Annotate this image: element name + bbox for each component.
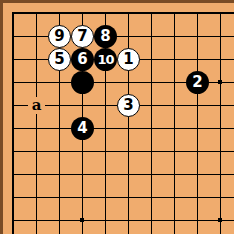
grid-line-horizontal (12, 151, 234, 152)
stone-black-move-6: 6 (71, 48, 94, 71)
stone-black-move-2: 2 (186, 71, 209, 94)
grid-line-vertical (128, 12, 129, 234)
board-edge-line-vertical (12, 12, 14, 234)
stone-white-move-1: 1 (117, 48, 140, 71)
grid-line-vertical (174, 12, 175, 234)
board-frame-left (0, 0, 3, 234)
go-board-diagram: a97856101234 (0, 0, 234, 234)
grid-line-vertical (151, 12, 152, 234)
grid-line-horizontal (12, 197, 234, 198)
star-point (80, 218, 84, 222)
grid-line-vertical (220, 12, 221, 234)
stone-white-move-9: 9 (48, 25, 71, 48)
grid-line-horizontal (12, 36, 234, 37)
stone-black-move-8: 8 (94, 25, 117, 48)
board-frame-top (0, 0, 234, 3)
board-edge-line-horizontal (12, 12, 234, 14)
stone-white-move-3: 3 (117, 94, 140, 117)
star-point (218, 80, 222, 84)
stone-black-plain (71, 71, 94, 94)
grid-line-vertical (36, 12, 37, 234)
stone-black-move-4: 4 (71, 117, 94, 140)
stone-black-move-10: 10 (94, 48, 117, 71)
star-point (218, 218, 222, 222)
grid-line-horizontal (12, 174, 234, 175)
grid-line-horizontal (12, 220, 234, 221)
grid-line-vertical (197, 12, 198, 234)
stone-white-move-5: 5 (48, 48, 71, 71)
stone-white-move-7: 7 (71, 25, 94, 48)
label-a: a (28, 97, 45, 114)
grid-line-horizontal (12, 128, 234, 129)
